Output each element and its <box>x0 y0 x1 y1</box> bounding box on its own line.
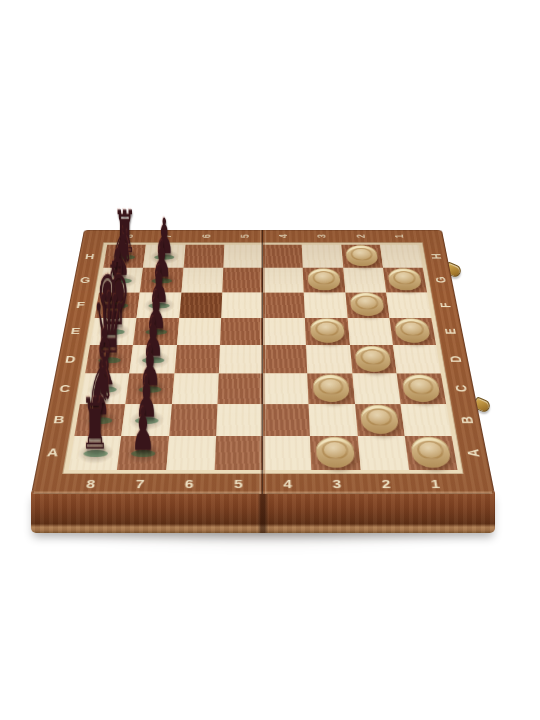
board-square <box>217 374 263 404</box>
board-square <box>347 318 393 345</box>
board-square <box>396 374 446 404</box>
board-square <box>166 436 216 470</box>
board-square <box>303 268 345 292</box>
board-square <box>341 245 383 268</box>
board-front-edge <box>31 491 495 533</box>
board-square <box>263 318 306 345</box>
board-square <box>222 268 263 292</box>
board-square <box>174 345 220 374</box>
board-square <box>355 404 405 436</box>
board-square <box>179 292 222 318</box>
checker-piece <box>350 293 385 313</box>
board-square <box>221 292 263 318</box>
checker-piece <box>312 374 349 398</box>
rank-label: 4 <box>271 225 293 247</box>
board-square <box>220 318 263 345</box>
rank-label: 5 <box>233 225 255 247</box>
board-square <box>169 404 218 436</box>
board-square <box>216 404 263 436</box>
checker-piece <box>388 268 423 287</box>
rank-label: 2 <box>361 474 412 494</box>
file-label: D <box>432 351 479 367</box>
file-label: E <box>61 318 90 345</box>
rank-label: 7 <box>114 474 165 494</box>
board-square <box>305 318 349 345</box>
file-label: H <box>415 250 457 263</box>
board-square <box>214 436 263 470</box>
rank-label: 2 <box>348 225 372 247</box>
rank-label: 5 <box>213 474 263 494</box>
board-square <box>304 292 347 318</box>
rank-label: 1 <box>409 474 461 494</box>
board-square <box>310 436 360 470</box>
checker-piece <box>310 318 345 339</box>
board-square <box>181 268 223 292</box>
board-square <box>383 268 427 292</box>
checker-piece <box>315 437 354 464</box>
board-square <box>263 245 303 268</box>
board-square <box>219 345 263 374</box>
chess-piece-rook: ♜ <box>81 391 109 458</box>
checker-piece <box>345 245 378 263</box>
board-square <box>306 345 352 374</box>
board-square: ♜ <box>69 436 122 470</box>
board-square <box>302 245 343 268</box>
rank-label: 8 <box>64 474 116 494</box>
board-frame: ♜♟♞♟♝♟♚♟♛♟♝♟♞♟♜♟ 87654321 87654321 HGFED… <box>31 230 495 494</box>
rank-label: 3 <box>310 225 333 247</box>
board-square: ♟ <box>117 436 169 470</box>
rank-label: 6 <box>164 474 215 494</box>
file-label: E <box>428 324 473 339</box>
board-square <box>263 404 310 436</box>
chess-piece-pawn: ♟ <box>131 401 154 457</box>
checker-piece <box>394 318 431 339</box>
board-square <box>352 374 400 404</box>
board-square <box>404 436 457 470</box>
board-square <box>345 292 389 318</box>
board-square <box>223 245 263 268</box>
rank-label: 6 <box>194 225 217 247</box>
checker-piece <box>355 346 392 368</box>
board-square <box>357 436 409 470</box>
board-square <box>263 436 312 470</box>
checker-piece <box>410 437 452 464</box>
checker-piece <box>360 405 399 430</box>
file-label: D <box>55 345 85 374</box>
board-square <box>343 268 386 292</box>
file-label: C <box>437 380 485 397</box>
rank-label: 3 <box>312 474 363 494</box>
board-square <box>263 345 307 374</box>
rank-label: 1 <box>386 225 411 247</box>
board-square <box>389 318 436 345</box>
product-photo-chess-checkers-board: ♜♟♞♟♝♟♚♟♛♟♝♟♞♟♜♟ 87654321 87654321 HGFED… <box>0 0 540 720</box>
rank-label: 4 <box>263 474 313 494</box>
board-square <box>309 404 358 436</box>
board-square <box>350 345 397 374</box>
file-label: B <box>442 411 492 429</box>
board-square <box>263 268 304 292</box>
board-square <box>177 318 221 345</box>
checker-piece <box>307 268 340 287</box>
checker-piece <box>402 374 441 398</box>
board-square <box>183 245 224 268</box>
file-label: C <box>49 374 80 404</box>
board-square <box>171 374 218 404</box>
file-label: F <box>423 298 467 312</box>
file-label: G <box>419 273 462 286</box>
board-square <box>263 374 309 404</box>
board-square <box>307 374 354 404</box>
game-board: ♜♟♞♟♝♟♚♟♛♟♝♟♞♟♜♟ 87654321 87654321 HGFED… <box>31 230 495 494</box>
board-square <box>263 292 305 318</box>
